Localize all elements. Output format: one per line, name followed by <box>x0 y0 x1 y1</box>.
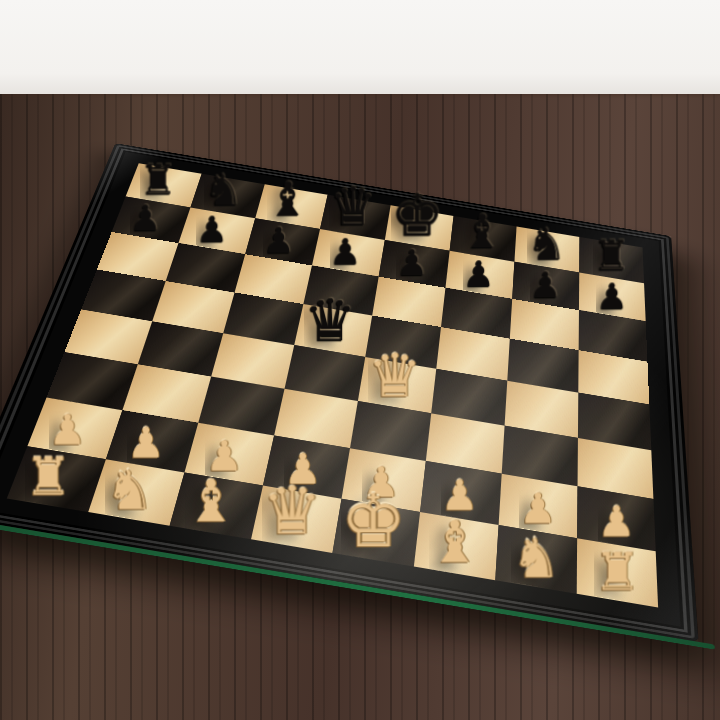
square-e8[interactable]: ♚ <box>385 205 454 250</box>
square-d6[interactable] <box>303 265 378 315</box>
square-h7[interactable]: ♟ <box>579 272 646 321</box>
perspective-wrapper: ♜♞♝♛♚♝♞♜♟♟♟♟♟♟♟♟♛♛♟♟♟♟♟♟♟♟♜♞♝♛♚♝♞♜ <box>0 143 698 642</box>
board-frame-molding: ♜♞♝♛♚♝♞♜♟♟♟♟♟♟♟♟♛♛♟♟♟♟♟♟♟♟♜♞♝♛♚♝♞♜ <box>0 143 698 642</box>
chess-board: ♜♞♝♛♚♝♞♜♟♟♟♟♟♟♟♟♛♛♟♟♟♟♟♟♟♟♜♞♝♛♚♝♞♜ <box>7 163 658 607</box>
square-c1[interactable]: ♝ <box>170 472 263 539</box>
square-g6[interactable] <box>510 299 579 350</box>
white-queen-d1[interactable]: ♛ <box>262 477 322 543</box>
black-pawn-d7[interactable]: ♟ <box>330 234 362 270</box>
white-pawn-a2[interactable]: ♟ <box>49 409 87 451</box>
square-a6[interactable] <box>97 232 179 281</box>
square-a5[interactable] <box>81 269 166 321</box>
square-d7[interactable]: ♟ <box>312 229 385 277</box>
white-pawn-h2[interactable]: ♟ <box>598 501 636 543</box>
square-g5[interactable] <box>507 339 578 393</box>
black-pawn-f7[interactable]: ♟ <box>463 256 495 292</box>
square-g7[interactable]: ♟ <box>512 262 579 310</box>
square-h6[interactable] <box>579 310 648 361</box>
chess-set-photo: ♜♞♝♛♚♝♞♜♟♟♟♟♟♟♟♟♛♛♟♟♟♟♟♟♟♟♜♞♝♛♚♝♞♜ <box>0 22 720 682</box>
square-f1[interactable]: ♝ <box>414 512 499 580</box>
white-knight-g1[interactable]: ♞ <box>511 530 560 585</box>
black-queen-d8[interactable]: ♛ <box>329 180 376 233</box>
black-queen-d5[interactable]: ♛ <box>304 291 356 349</box>
square-b1[interactable]: ♞ <box>88 459 184 525</box>
black-pawn-e7[interactable]: ♟ <box>396 245 428 281</box>
black-pawn-b7[interactable]: ♟ <box>196 212 228 248</box>
square-h8[interactable]: ♜ <box>579 237 644 283</box>
black-knight-g8[interactable]: ♞ <box>527 222 566 266</box>
black-knight-b8[interactable]: ♞ <box>204 168 243 212</box>
square-g8[interactable]: ♞ <box>514 226 579 272</box>
white-rook-h1[interactable]: ♜ <box>594 546 641 599</box>
white-king-e1[interactable]: ♚ <box>341 484 407 557</box>
black-rook-a8[interactable]: ♜ <box>140 159 178 201</box>
black-bishop-c8[interactable]: ♝ <box>267 176 309 222</box>
square-f8[interactable]: ♝ <box>450 216 517 262</box>
white-queen-e4[interactable]: ♛ <box>368 346 422 406</box>
camera-roll-wrapper: ♜♞♝♛♚♝♞♜♟♟♟♟♟♟♟♟♛♛♟♟♟♟♟♟♟♟♜♞♝♛♚♝♞♜ <box>0 0 720 720</box>
square-c6[interactable] <box>235 254 312 304</box>
square-g1[interactable]: ♞ <box>495 525 577 594</box>
white-bishop-c1[interactable]: ♝ <box>185 472 237 530</box>
black-king-e8[interactable]: ♚ <box>391 186 443 244</box>
white-knight-b1[interactable]: ♞ <box>105 462 154 517</box>
square-b6[interactable] <box>166 243 245 292</box>
black-pawn-g7[interactable]: ♟ <box>530 267 562 303</box>
black-pawn-c7[interactable]: ♟ <box>263 223 295 259</box>
square-a1[interactable]: ♜ <box>7 446 106 512</box>
black-pawn-a7[interactable]: ♟ <box>130 200 162 236</box>
square-b8[interactable]: ♞ <box>190 174 264 219</box>
square-c8[interactable]: ♝ <box>255 184 327 229</box>
square-d1[interactable]: ♛ <box>251 486 341 553</box>
square-e1[interactable]: ♚ <box>332 499 420 567</box>
square-c7[interactable]: ♟ <box>245 218 320 265</box>
square-b5[interactable] <box>152 281 234 333</box>
square-e7[interactable]: ♟ <box>379 240 450 288</box>
white-pawn-g2[interactable]: ♟ <box>519 487 557 529</box>
square-b7[interactable]: ♟ <box>178 207 255 254</box>
square-f7[interactable]: ♟ <box>445 251 514 299</box>
square-d8[interactable]: ♛ <box>320 195 391 240</box>
black-bishop-f8[interactable]: ♝ <box>461 208 503 254</box>
square-e6[interactable] <box>372 277 445 327</box>
square-f6[interactable] <box>441 288 512 339</box>
square-c4[interactable] <box>211 333 294 389</box>
square-a7[interactable]: ♟ <box>112 197 191 244</box>
black-pawn-h7[interactable]: ♟ <box>596 278 628 314</box>
white-rook-a1[interactable]: ♜ <box>25 450 72 503</box>
white-bishop-f1[interactable]: ♝ <box>429 513 481 571</box>
black-rook-h8[interactable]: ♜ <box>593 235 631 277</box>
square-a8[interactable]: ♜ <box>126 163 202 207</box>
